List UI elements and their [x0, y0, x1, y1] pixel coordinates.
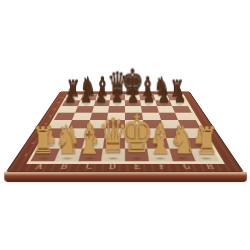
piece-black-pawn-b7: ♟ — [80, 87, 92, 106]
piece-black-pawn-g7: ♟ — [158, 87, 170, 106]
piece-black-pawn-a7: ♟ — [64, 87, 76, 106]
chessboard: ABCDEFGH 87654321 ♜♞♝♛♚♝♞♜♟♟♟♟♟♟♟♟♟♟♟♟♟♟… — [6, 92, 245, 173]
piece-anchor-c7: ♟ — [93, 100, 110, 106]
piece-white-rook-a1: ♜ — [31, 123, 54, 160]
pieces-layer: ♜♞♝♛♚♝♞♜♟♟♟♟♟♟♟♟♟♟♟♟♟♟♟♟♜♞♝♛♚♝♞♜ — [6, 92, 245, 173]
piece-black-pawn-h7: ♟ — [174, 87, 186, 106]
piece-white-rook-h1: ♜ — [195, 123, 218, 160]
piece-anchor-e1: ♚ — [125, 149, 149, 162]
piece-anchor-g1: ♞ — [169, 149, 196, 162]
chessboard-scene: ABCDEFGH 87654321 ♜♞♝♛♚♝♞♜♟♟♟♟♟♟♟♟♟♟♟♟♟♟… — [0, 0, 250, 250]
piece-black-pawn-c7: ♟ — [96, 87, 108, 106]
photo-background: ABCDEFGH 87654321 ♜♞♝♛♚♝♞♜♟♟♟♟♟♟♟♟♟♟♟♟♟♟… — [0, 0, 250, 250]
piece-anchor-f1: ♝ — [147, 149, 172, 162]
piece-anchor-b7: ♟ — [78, 100, 95, 106]
piece-anchor-g7: ♟ — [155, 100, 172, 106]
piece-anchor-h7: ♟ — [170, 100, 188, 106]
piece-white-knight-g1: ♞ — [171, 120, 196, 160]
piece-anchor-a7: ♟ — [62, 100, 80, 106]
piece-white-bishop-f1: ♝ — [147, 118, 174, 160]
board-edge-bevel — [4, 172, 247, 182]
piece-anchor-h1: ♜ — [191, 149, 220, 162]
